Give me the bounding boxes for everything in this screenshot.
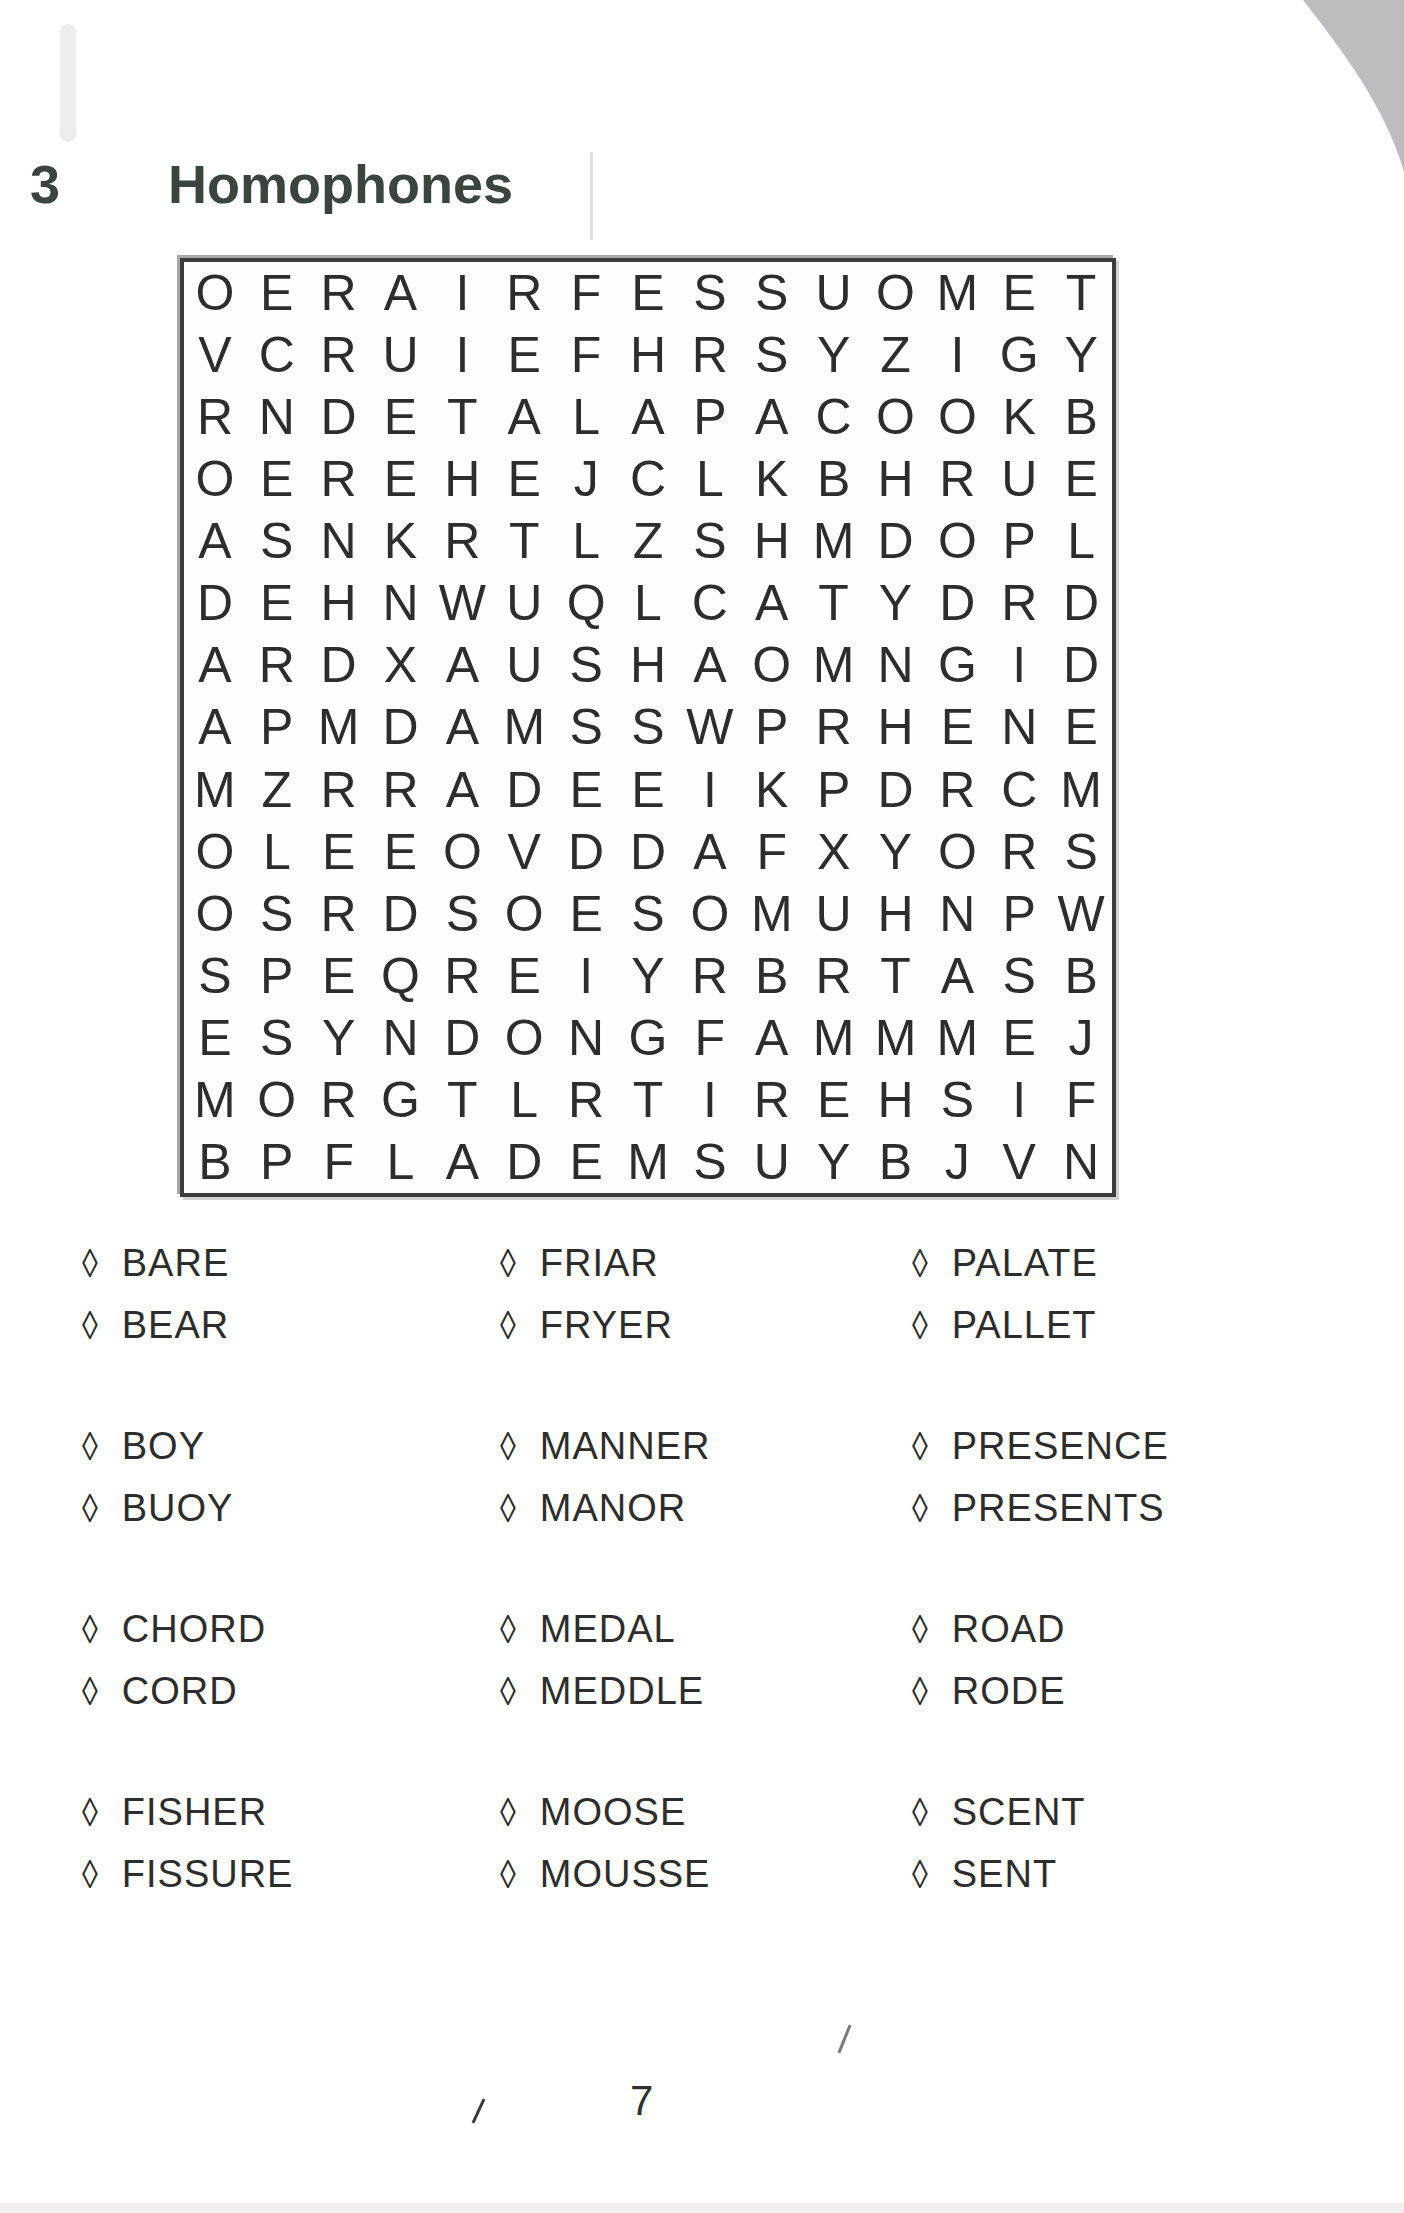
grid-cell: M bbox=[865, 1007, 927, 1069]
word-label: MEDAL bbox=[540, 1610, 676, 1648]
grid-cell: A bbox=[370, 262, 432, 324]
grid-cell: H bbox=[865, 696, 927, 758]
grid-cell: O bbox=[926, 510, 988, 572]
word-label: SCENT bbox=[952, 1793, 1086, 1831]
grid-cell: E bbox=[988, 262, 1050, 324]
grid-cell: A bbox=[184, 696, 246, 758]
word-label: PRESENCE bbox=[952, 1427, 1169, 1465]
grid-cell: Q bbox=[370, 945, 432, 1007]
homophone-pair-group: ◊ROAD◊RODE bbox=[912, 1598, 1169, 1722]
grid-cell: S bbox=[246, 883, 308, 945]
grid-cell: E bbox=[370, 448, 432, 510]
homophone-pair-group: ◊MANNER◊MANOR bbox=[500, 1415, 710, 1539]
grid-cell: M bbox=[803, 510, 865, 572]
page-number: 7 bbox=[630, 2080, 653, 2122]
grid-cell: A bbox=[431, 696, 493, 758]
word-item: ◊RODE bbox=[912, 1660, 1169, 1722]
word-item: ◊CORD bbox=[82, 1660, 293, 1722]
grid-cell: R bbox=[308, 448, 370, 510]
grid-cell: E bbox=[617, 262, 679, 324]
homophone-pair-group: ◊MOOSE◊MOUSSE bbox=[500, 1781, 710, 1905]
grid-cell: F bbox=[741, 821, 803, 883]
diamond-bullet-icon: ◊ bbox=[912, 1426, 928, 1466]
grid-cell: U bbox=[988, 448, 1050, 510]
grid-cell: I bbox=[679, 1069, 741, 1131]
grid-cell: R bbox=[308, 1069, 370, 1131]
grid-cell: M bbox=[1050, 759, 1112, 821]
grid-cell: S bbox=[246, 1007, 308, 1069]
grid-cell: M bbox=[493, 696, 555, 758]
grid-cell: D bbox=[493, 1131, 555, 1193]
grid-cell: M bbox=[741, 883, 803, 945]
grid-cell: C bbox=[803, 386, 865, 448]
grid-cell: V bbox=[184, 324, 246, 386]
word-label: BARE bbox=[122, 1244, 229, 1282]
word-item: ◊PALLET bbox=[912, 1294, 1169, 1356]
grid-cell: F bbox=[555, 262, 617, 324]
grid-cell: E bbox=[308, 945, 370, 1007]
word-item: ◊MEDDLE bbox=[500, 1660, 710, 1722]
grid-cell: R bbox=[803, 696, 865, 758]
grid-cell: A bbox=[184, 510, 246, 572]
diamond-bullet-icon: ◊ bbox=[500, 1426, 516, 1466]
grid-cell: A bbox=[741, 1007, 803, 1069]
grid-cell: K bbox=[988, 386, 1050, 448]
grid-cell: D bbox=[370, 883, 432, 945]
homophone-pair-group: ◊SCENT◊SENT bbox=[912, 1781, 1169, 1905]
word-item: ◊FISSURE bbox=[82, 1843, 293, 1905]
grid-cell: J bbox=[555, 448, 617, 510]
grid-cell: X bbox=[370, 634, 432, 696]
word-item: ◊PRESENCE bbox=[912, 1415, 1169, 1477]
grid-cell: T bbox=[865, 945, 927, 1007]
grid-cell: A bbox=[617, 386, 679, 448]
grid-cell: M bbox=[617, 1131, 679, 1193]
grid-cell: G bbox=[988, 324, 1050, 386]
scan-pen-mark bbox=[837, 2025, 851, 2054]
grid-cell: D bbox=[1050, 572, 1112, 634]
grid-cell: A bbox=[741, 386, 803, 448]
grid-cell: L bbox=[246, 821, 308, 883]
word-item: ◊ROAD bbox=[912, 1598, 1169, 1660]
grid-cell: A bbox=[926, 945, 988, 1007]
word-label: MEDDLE bbox=[540, 1672, 704, 1710]
grid-cell: Y bbox=[803, 324, 865, 386]
grid-cell: I bbox=[988, 1069, 1050, 1131]
grid-cell: O bbox=[865, 386, 927, 448]
grid-cell: E bbox=[555, 759, 617, 821]
grid-cell: P bbox=[246, 945, 308, 1007]
grid-cell: K bbox=[741, 759, 803, 821]
grid-cell: Z bbox=[617, 510, 679, 572]
word-item: ◊PRESENTS bbox=[912, 1477, 1169, 1539]
grid-cell: O bbox=[184, 883, 246, 945]
grid-cell: O bbox=[679, 883, 741, 945]
homophone-pair-group: ◊CHORD◊CORD bbox=[82, 1598, 293, 1722]
grid-cell: N bbox=[865, 634, 927, 696]
grid-cell: S bbox=[741, 324, 803, 386]
diamond-bullet-icon: ◊ bbox=[82, 1854, 98, 1894]
word-item: ◊MOUSSE bbox=[500, 1843, 710, 1905]
grid-cell: E bbox=[617, 759, 679, 821]
diamond-bullet-icon: ◊ bbox=[912, 1609, 928, 1649]
grid-cell: M bbox=[926, 262, 988, 324]
grid-cell: W bbox=[1050, 883, 1112, 945]
diamond-bullet-icon: ◊ bbox=[82, 1243, 98, 1283]
grid-cell: U bbox=[493, 572, 555, 634]
grid-cell: P bbox=[246, 696, 308, 758]
grid-cell: B bbox=[865, 1131, 927, 1193]
grid-cell: X bbox=[803, 821, 865, 883]
grid-cell: E bbox=[926, 696, 988, 758]
diamond-bullet-icon: ◊ bbox=[500, 1305, 516, 1345]
grid-cell: L bbox=[493, 1069, 555, 1131]
grid-cell: R bbox=[803, 945, 865, 1007]
grid-cell: D bbox=[1050, 634, 1112, 696]
grid-cell: P bbox=[741, 696, 803, 758]
grid-cell: I bbox=[679, 759, 741, 821]
grid-cell: D bbox=[493, 759, 555, 821]
word-column: ◊PALATE◊PALLET◊PRESENCE◊PRESENTS◊ROAD◊RO… bbox=[912, 1232, 1169, 1964]
homophone-pair-group: ◊BARE◊BEAR bbox=[82, 1232, 293, 1356]
word-label: BUOY bbox=[122, 1489, 234, 1527]
grid-cell: D bbox=[555, 821, 617, 883]
diamond-bullet-icon: ◊ bbox=[82, 1609, 98, 1649]
grid-cell: S bbox=[1050, 821, 1112, 883]
grid-cell: I bbox=[555, 945, 617, 1007]
grid-cell: S bbox=[246, 510, 308, 572]
grid-cell: A bbox=[431, 759, 493, 821]
grid-cell: S bbox=[555, 634, 617, 696]
grid-cell: M bbox=[926, 1007, 988, 1069]
grid-cell: H bbox=[431, 448, 493, 510]
word-label: PALLET bbox=[952, 1306, 1097, 1344]
grid-cell: H bbox=[865, 448, 927, 510]
grid-cell: B bbox=[803, 448, 865, 510]
diamond-bullet-icon: ◊ bbox=[500, 1243, 516, 1283]
grid-cell: E bbox=[988, 1007, 1050, 1069]
word-label: FRYER bbox=[540, 1306, 673, 1344]
grid-cell: N bbox=[308, 510, 370, 572]
grid-cell: R bbox=[308, 759, 370, 821]
word-label: MOUSSE bbox=[540, 1855, 711, 1893]
grid-cell: A bbox=[431, 1131, 493, 1193]
word-item: ◊FISHER bbox=[82, 1781, 293, 1843]
grid-cell: Y bbox=[865, 821, 927, 883]
grid-cell: S bbox=[679, 262, 741, 324]
grid-cell: D bbox=[370, 696, 432, 758]
grid-cell: N bbox=[1050, 1131, 1112, 1193]
grid-cell: L bbox=[679, 448, 741, 510]
scanned-puzzle-page: 3 Homophones OERAIRFESSUOMETVCRUIEFHRSYZ… bbox=[0, 0, 1404, 2213]
grid-cell: O bbox=[246, 1069, 308, 1131]
grid-cell: Y bbox=[865, 572, 927, 634]
grid-cell: M bbox=[184, 759, 246, 821]
grid-cell: R bbox=[493, 262, 555, 324]
word-label: BEAR bbox=[122, 1306, 229, 1344]
grid-cell: B bbox=[741, 945, 803, 1007]
grid-cell: E bbox=[493, 448, 555, 510]
grid-cell: M bbox=[803, 1007, 865, 1069]
grid-cell: K bbox=[741, 448, 803, 510]
grid-cell: D bbox=[308, 634, 370, 696]
scan-smudge bbox=[60, 24, 76, 142]
grid-cell: I bbox=[431, 324, 493, 386]
grid-cell: C bbox=[246, 324, 308, 386]
grid-cell: B bbox=[1050, 945, 1112, 1007]
grid-cell: R bbox=[431, 945, 493, 1007]
grid-cell: D bbox=[308, 386, 370, 448]
grid-cell: R bbox=[679, 945, 741, 1007]
scan-smudge bbox=[590, 152, 593, 240]
grid-cell: L bbox=[555, 386, 617, 448]
word-item: ◊FRYER bbox=[500, 1294, 710, 1356]
word-item: ◊MOOSE bbox=[500, 1781, 710, 1843]
grid-cell: E bbox=[1050, 696, 1112, 758]
homophone-pair-group: ◊PRESENCE◊PRESENTS bbox=[912, 1415, 1169, 1539]
grid-cell: C bbox=[988, 759, 1050, 821]
grid-cell: T bbox=[493, 510, 555, 572]
diamond-bullet-icon: ◊ bbox=[82, 1426, 98, 1466]
grid-cell: S bbox=[926, 1069, 988, 1131]
word-column: ◊BARE◊BEAR◊BOY◊BUOY◊CHORD◊CORD◊FISHER◊FI… bbox=[82, 1232, 293, 1964]
grid-cell: D bbox=[617, 821, 679, 883]
grid-cell: D bbox=[184, 572, 246, 634]
grid-cell: O bbox=[431, 821, 493, 883]
diamond-bullet-icon: ◊ bbox=[82, 1488, 98, 1528]
grid-cell: J bbox=[1050, 1007, 1112, 1069]
grid-cell: Q bbox=[555, 572, 617, 634]
word-label: ROAD bbox=[952, 1610, 1066, 1648]
grid-cell: G bbox=[370, 1069, 432, 1131]
grid-cell: Z bbox=[865, 324, 927, 386]
grid-cell: H bbox=[865, 1069, 927, 1131]
grid-cell: L bbox=[617, 572, 679, 634]
homophone-pair-group: ◊BOY◊BUOY bbox=[82, 1415, 293, 1539]
grid-cell: O bbox=[184, 448, 246, 510]
word-label: PRESENTS bbox=[952, 1489, 1165, 1527]
grid-cell: M bbox=[184, 1069, 246, 1131]
grid-cell: Y bbox=[617, 945, 679, 1007]
diamond-bullet-icon: ◊ bbox=[912, 1305, 928, 1345]
grid-cell: E bbox=[370, 821, 432, 883]
grid-cell: T bbox=[431, 1069, 493, 1131]
diamond-bullet-icon: ◊ bbox=[500, 1671, 516, 1711]
word-label: FRIAR bbox=[540, 1244, 659, 1282]
grid-cell: O bbox=[184, 262, 246, 324]
grid-cell: S bbox=[184, 945, 246, 1007]
word-item: ◊CHORD bbox=[82, 1598, 293, 1660]
grid-cell: T bbox=[1050, 262, 1112, 324]
diamond-bullet-icon: ◊ bbox=[500, 1488, 516, 1528]
grid-cell: U bbox=[803, 262, 865, 324]
grid-cell: A bbox=[431, 634, 493, 696]
word-label: BOY bbox=[122, 1427, 205, 1465]
grid-cell: R bbox=[370, 759, 432, 821]
grid-cell: N bbox=[370, 572, 432, 634]
grid-cell: O bbox=[741, 634, 803, 696]
grid-cell: P bbox=[988, 510, 1050, 572]
grid-cell: R bbox=[431, 510, 493, 572]
grid-cell: M bbox=[308, 696, 370, 758]
grid-cell: U bbox=[741, 1131, 803, 1193]
diamond-bullet-icon: ◊ bbox=[500, 1792, 516, 1832]
word-label: MANOR bbox=[540, 1489, 686, 1527]
grid-cell: O bbox=[926, 821, 988, 883]
grid-cell: E bbox=[246, 262, 308, 324]
grid-cell: O bbox=[184, 821, 246, 883]
grid-cell: G bbox=[617, 1007, 679, 1069]
homophone-pair-group: ◊MEDAL◊MEDDLE bbox=[500, 1598, 710, 1722]
grid-cell: M bbox=[803, 634, 865, 696]
word-item: ◊SENT bbox=[912, 1843, 1169, 1905]
grid-cell: D bbox=[865, 759, 927, 821]
grid-cell: E bbox=[246, 448, 308, 510]
grid-cell: G bbox=[926, 634, 988, 696]
grid-cell: A bbox=[679, 634, 741, 696]
section-number: 3 bbox=[30, 157, 60, 211]
grid-cell: E bbox=[246, 572, 308, 634]
grid-cell: O bbox=[926, 386, 988, 448]
diamond-bullet-icon: ◊ bbox=[912, 1792, 928, 1832]
grid-cell: D bbox=[865, 510, 927, 572]
diamond-bullet-icon: ◊ bbox=[912, 1854, 928, 1894]
grid-cell: S bbox=[431, 883, 493, 945]
scan-pen-mark bbox=[472, 2099, 486, 2124]
grid-cell: R bbox=[988, 821, 1050, 883]
word-item: ◊PALATE bbox=[912, 1232, 1169, 1294]
grid-cell: S bbox=[617, 883, 679, 945]
word-label: FISHER bbox=[122, 1793, 267, 1831]
grid-cell: C bbox=[617, 448, 679, 510]
grid-cell: Y bbox=[308, 1007, 370, 1069]
diamond-bullet-icon: ◊ bbox=[82, 1792, 98, 1832]
grid-cell: A bbox=[184, 634, 246, 696]
diamond-bullet-icon: ◊ bbox=[82, 1305, 98, 1345]
grid-cell: H bbox=[617, 634, 679, 696]
word-label: PALATE bbox=[952, 1244, 1098, 1282]
grid-cell: B bbox=[184, 1131, 246, 1193]
grid-cell: R bbox=[679, 324, 741, 386]
grid-cell: U bbox=[370, 324, 432, 386]
grid-cell: R bbox=[246, 634, 308, 696]
grid-cell: O bbox=[493, 883, 555, 945]
diamond-bullet-icon: ◊ bbox=[500, 1609, 516, 1649]
grid-cell: R bbox=[555, 1069, 617, 1131]
diamond-bullet-icon: ◊ bbox=[500, 1854, 516, 1894]
word-item: ◊BOY bbox=[82, 1415, 293, 1477]
word-label: MANNER bbox=[540, 1427, 711, 1465]
grid-cell: W bbox=[431, 572, 493, 634]
grid-cell: N bbox=[246, 386, 308, 448]
grid-cell: O bbox=[493, 1007, 555, 1069]
grid-cell: H bbox=[741, 510, 803, 572]
grid-cell: T bbox=[617, 1069, 679, 1131]
grid-cell: R bbox=[988, 572, 1050, 634]
grid-cell: R bbox=[741, 1069, 803, 1131]
homophone-pair-group: ◊FRIAR◊FRYER bbox=[500, 1232, 710, 1356]
page-corner-fold bbox=[1294, 0, 1404, 172]
word-label: MOOSE bbox=[540, 1793, 686, 1831]
grid-cell: S bbox=[741, 262, 803, 324]
grid-cell: C bbox=[679, 572, 741, 634]
grid-cell: Z bbox=[246, 759, 308, 821]
grid-cell: P bbox=[988, 883, 1050, 945]
grid-cell: L bbox=[555, 510, 617, 572]
grid-cell: Y bbox=[1050, 324, 1112, 386]
grid-cell: F bbox=[1050, 1069, 1112, 1131]
grid-cell: S bbox=[679, 510, 741, 572]
grid-cell: V bbox=[493, 821, 555, 883]
grid-cell: H bbox=[617, 324, 679, 386]
grid-cell: L bbox=[1050, 510, 1112, 572]
grid-cell: N bbox=[555, 1007, 617, 1069]
grid-cell: S bbox=[617, 696, 679, 758]
grid-cell: D bbox=[431, 1007, 493, 1069]
grid-cell: H bbox=[865, 883, 927, 945]
word-label: SENT bbox=[952, 1855, 1057, 1893]
grid-cell: E bbox=[370, 386, 432, 448]
grid-cell: I bbox=[988, 634, 1050, 696]
grid-cell: A bbox=[493, 386, 555, 448]
grid-cell: W bbox=[679, 696, 741, 758]
word-item: ◊FRIAR bbox=[500, 1232, 710, 1294]
grid-cell: S bbox=[555, 696, 617, 758]
grid-cell: S bbox=[988, 945, 1050, 1007]
grid-cell: S bbox=[679, 1131, 741, 1193]
word-item: ◊BEAR bbox=[82, 1294, 293, 1356]
grid-cell: U bbox=[803, 883, 865, 945]
word-search-grid: OERAIRFESSUOMETVCRUIEFHRSYZIGYRNDETALAPA… bbox=[180, 258, 1116, 1197]
grid-cell: E bbox=[555, 1131, 617, 1193]
grid-cell: E bbox=[308, 821, 370, 883]
grid-cell: N bbox=[988, 696, 1050, 758]
grid-cell: N bbox=[370, 1007, 432, 1069]
grid-cell: U bbox=[493, 634, 555, 696]
word-label: FISSURE bbox=[122, 1855, 294, 1893]
grid-cell: P bbox=[246, 1131, 308, 1193]
grid-cell: O bbox=[865, 262, 927, 324]
homophone-pair-group: ◊PALATE◊PALLET bbox=[912, 1232, 1169, 1356]
diamond-bullet-icon: ◊ bbox=[82, 1671, 98, 1711]
word-item: ◊MANOR bbox=[500, 1477, 710, 1539]
grid-cell: L bbox=[370, 1131, 432, 1193]
grid-cell: R bbox=[308, 324, 370, 386]
grid-cell: P bbox=[803, 759, 865, 821]
grid-cell: F bbox=[679, 1007, 741, 1069]
grid-cell: R bbox=[308, 262, 370, 324]
grid-cell: I bbox=[431, 262, 493, 324]
grid-cell: Y bbox=[803, 1131, 865, 1193]
grid-cell: R bbox=[926, 759, 988, 821]
grid-cell: R bbox=[926, 448, 988, 510]
grid-cell: H bbox=[308, 572, 370, 634]
word-item: ◊MANNER bbox=[500, 1415, 710, 1477]
grid-cell: E bbox=[555, 883, 617, 945]
diamond-bullet-icon: ◊ bbox=[912, 1671, 928, 1711]
homophone-pair-group: ◊FISHER◊FISSURE bbox=[82, 1781, 293, 1905]
diamond-bullet-icon: ◊ bbox=[912, 1488, 928, 1528]
grid-cell: A bbox=[741, 572, 803, 634]
word-column: ◊FRIAR◊FRYER◊MANNER◊MANOR◊MEDAL◊MEDDLE◊M… bbox=[500, 1232, 710, 1964]
scan-smudge bbox=[0, 2203, 1404, 2213]
grid-cell: K bbox=[370, 510, 432, 572]
word-item: ◊SCENT bbox=[912, 1781, 1169, 1843]
grid-cell: I bbox=[926, 324, 988, 386]
word-label: CHORD bbox=[122, 1610, 266, 1648]
grid-cell: E bbox=[1050, 448, 1112, 510]
word-label: CORD bbox=[122, 1672, 238, 1710]
